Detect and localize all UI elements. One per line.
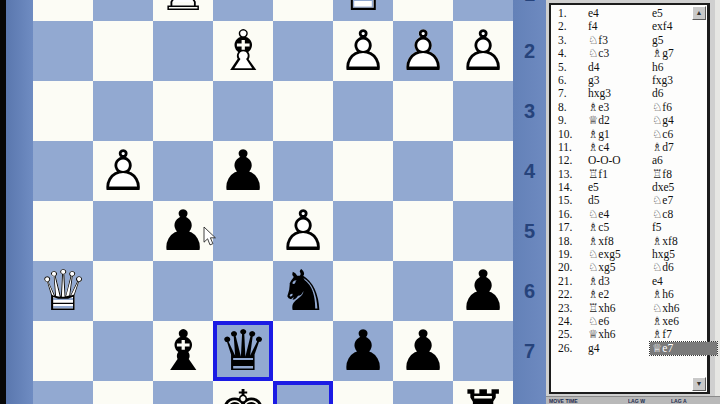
piece-white-pawn: ♙: [393, 21, 453, 81]
square-h1[interactable]: [33, 0, 93, 21]
move-number: 13.: [551, 168, 586, 181]
move-row: 14.e5dxe5: [551, 181, 693, 194]
square-a5[interactable]: [453, 201, 513, 261]
square-b5[interactable]: [393, 201, 453, 261]
move-number: 9.: [551, 114, 586, 127]
black-move-cell[interactable]: g5: [650, 34, 693, 47]
black-move-cell[interactable]: ♗h6: [650, 288, 693, 301]
square-e8[interactable]: ♚: [213, 381, 273, 404]
black-move-cell[interactable]: ♘xh6: [650, 302, 693, 315]
move-text: ♘d6: [650, 261, 677, 274]
move-text: ♗xe6: [650, 315, 682, 328]
move-text: e5: [650, 7, 666, 20]
square-g5[interactable]: [93, 201, 153, 261]
move-row: 17.♗c5f5: [551, 221, 693, 234]
white-move-cell[interactable]: ♗c5: [586, 221, 650, 234]
move-text: g5: [650, 34, 667, 47]
move-row: 22.♗e2♗h6: [551, 288, 693, 301]
move-number: 20.: [551, 261, 586, 274]
move-text: O-O-O: [586, 154, 624, 167]
square-a7[interactable]: [453, 321, 513, 381]
move-text: f4: [586, 20, 601, 33]
rank-label-7: 7: [513, 341, 546, 361]
square-e4[interactable]: ♟: [213, 141, 273, 201]
square-b3[interactable]: [393, 81, 453, 141]
square-c2[interactable]: ♟♙: [333, 21, 393, 81]
square-a8[interactable]: ♜: [453, 381, 513, 404]
move-number: 7.: [551, 87, 586, 100]
move-text: ♗c4: [586, 141, 612, 154]
square-a4[interactable]: [453, 141, 513, 201]
move-number: 25.: [551, 328, 586, 341]
move-number: 15.: [551, 194, 586, 207]
square-c5[interactable]: [333, 201, 393, 261]
status-lag-white-label: LAG W: [628, 397, 645, 404]
rank-label-6: 6: [513, 281, 546, 301]
square-c4[interactable]: [333, 141, 393, 201]
move-number: 24.: [551, 315, 586, 328]
square-h4[interactable]: [33, 141, 93, 201]
move-text: a6: [650, 154, 666, 167]
white-move-cell[interactable]: ♖xh6: [586, 302, 650, 315]
move-text: ♖f1: [586, 168, 611, 181]
black-move-cell[interactable]: ♘g4: [650, 114, 693, 127]
move-text: ♗e2: [586, 288, 612, 301]
move-text: e4: [650, 275, 666, 288]
move-text: ♗xf8: [586, 235, 617, 248]
white-move-cell[interactable]: d4: [586, 61, 650, 74]
black-move-cell[interactable]: a6: [650, 154, 693, 167]
square-h6[interactable]: ♛♕: [33, 261, 93, 321]
move-text: exf4: [650, 20, 675, 33]
white-move-cell[interactable]: ♗d3: [586, 275, 650, 288]
move-text: ♗d7: [650, 141, 677, 154]
move-number: 16.: [551, 208, 586, 221]
rank-label-2: 2: [513, 41, 546, 61]
move-text: dxe5: [650, 181, 677, 194]
move-number: 1.: [551, 7, 586, 20]
white-move-cell[interactable]: d5: [586, 194, 650, 207]
move-row: 13.♖f1♖f8: [551, 168, 693, 181]
move-row: 10.♗g1♘c6: [551, 128, 693, 141]
black-move-cell[interactable]: e5: [650, 7, 693, 20]
square-c3[interactable]: [333, 81, 393, 141]
rank-label-4: 4: [513, 161, 546, 181]
move-text: ♗f7: [650, 328, 675, 341]
move-row: 24.♘e6♗xe6: [551, 315, 693, 328]
move-text: ♘g4: [650, 114, 677, 127]
rank-label-5: 5: [513, 221, 546, 241]
move-list-panel: 1.e4e52.f4exf43.♘f3g54.♘c3♗g75.d4h66.g3f…: [549, 3, 710, 394]
move-text: e5: [586, 181, 602, 194]
move-row: 1.e4e5: [551, 7, 693, 20]
square-h7[interactable]: [33, 321, 93, 381]
move-number: 8.: [551, 101, 586, 114]
piece-white-queen: ♕: [33, 261, 93, 321]
move-row: 20.♘xg5♘d6: [551, 261, 693, 274]
white-move-cell[interactable]: ♗xf8: [586, 235, 650, 248]
move-number: 21.: [551, 275, 586, 288]
square-b4[interactable]: [393, 141, 453, 201]
move-text: ♕xh6: [586, 328, 619, 341]
square-f6[interactable]: [153, 261, 213, 321]
piece-white-bishop: ♗: [213, 21, 273, 81]
black-move-cell[interactable]: ♗f7: [650, 328, 693, 341]
move-text: f5: [650, 221, 665, 234]
square-d2[interactable]: [273, 21, 333, 81]
square-e6[interactable]: [213, 261, 273, 321]
square-e5[interactable]: [213, 201, 273, 261]
move-text: ♕e7: [650, 342, 717, 355]
move-number: 3.: [551, 34, 586, 47]
black-move-cell[interactable]: ♗xf8: [650, 235, 693, 248]
move-text: d4: [586, 61, 603, 74]
square-d3[interactable]: [273, 81, 333, 141]
move-number: 22.: [551, 288, 586, 301]
move-row: 16.♘e4♘c8: [551, 208, 693, 221]
move-row: 18.♗xf8♗xf8: [551, 235, 693, 248]
piece-white-pawn: ♙: [333, 21, 393, 81]
board-left-margin: [6, 0, 33, 404]
move-text: ♘e6: [586, 315, 612, 328]
move-text: fxg3: [650, 74, 676, 87]
square-e7[interactable]: ♛: [213, 321, 273, 381]
piece-white-rook: ♖: [153, 0, 213, 21]
white-move-cell[interactable]: ♘e4: [586, 208, 650, 221]
square-h2[interactable]: [33, 21, 93, 81]
black-move-cell[interactable]: ♗g7: [650, 47, 693, 60]
move-row: 23.♖xh6♘xh6: [551, 302, 693, 315]
move-row: 26.g4♕e7: [551, 342, 693, 355]
move-text: g3: [586, 74, 603, 87]
black-move-cell[interactable]: ♘f6: [650, 101, 693, 114]
square-g1[interactable]: [93, 0, 153, 21]
white-move-cell[interactable]: g3: [586, 74, 650, 87]
white-move-cell[interactable]: ♘f3: [586, 34, 650, 47]
move-text: ♕d2: [586, 114, 613, 127]
white-move-cell[interactable]: hxg3: [586, 87, 650, 100]
black-move-cell[interactable]: fxg3: [650, 74, 693, 87]
black-move-cell[interactable]: ♘c8: [650, 208, 693, 221]
move-text: h6: [650, 61, 667, 74]
move-number: 5.: [551, 61, 586, 74]
scroll-down-button[interactable]: ▼: [692, 377, 706, 391]
move-row: 4.♘c3♗g7: [551, 47, 693, 60]
move-text: ♖f8: [650, 168, 675, 181]
move-number: 23.: [551, 302, 586, 315]
square-g2[interactable]: [93, 21, 153, 81]
status-lag-black-label: LAG A: [671, 397, 687, 404]
move-number: 26.: [551, 342, 586, 355]
piece-black-pawn: ♟: [453, 261, 513, 321]
black-move-cell[interactable]: h6: [650, 61, 693, 74]
white-move-cell[interactable]: ♘c3: [586, 47, 650, 60]
move-text: ♘f6: [650, 101, 675, 114]
square-h3[interactable]: [33, 81, 93, 141]
move-row: 6.g3fxg3: [551, 74, 693, 87]
square-d5[interactable]: ♟♙: [273, 201, 333, 261]
move-row: 2.f4exf4: [551, 20, 693, 33]
scroll-up-button[interactable]: ▲: [692, 6, 706, 20]
white-move-cell[interactable]: ♗e3: [586, 101, 650, 114]
white-move-cell[interactable]: ♘exg5: [586, 248, 650, 261]
rank-label-1: 1: [513, 0, 546, 4]
move-text: ♘xg5: [586, 261, 619, 274]
move-row: 19.♘exg5hxg5: [551, 248, 693, 261]
black-move-cell[interactable]: ♘e7: [650, 194, 693, 207]
square-h5[interactable]: [33, 201, 93, 261]
move-text: ♘c6: [650, 128, 676, 141]
square-a3[interactable]: [453, 81, 513, 141]
black-move-cell[interactable]: ♘d6: [650, 261, 693, 274]
square-f3[interactable]: [153, 81, 213, 141]
black-move-cell[interactable]: ♕e7: [650, 342, 717, 355]
square-d8[interactable]: [273, 381, 333, 404]
white-move-cell[interactable]: ♘e6: [586, 315, 650, 328]
move-number: 12.: [551, 154, 586, 167]
square-h8[interactable]: [33, 381, 93, 404]
move-text: ♗g1: [586, 128, 613, 141]
black-move-cell[interactable]: ♖f8: [650, 168, 693, 181]
black-move-cell[interactable]: ♗xe6: [650, 315, 693, 328]
move-text: hxg5: [650, 248, 678, 261]
move-text: ♘exg5: [586, 248, 624, 261]
square-d6[interactable]: ♞: [273, 261, 333, 321]
move-text: g4: [586, 342, 603, 355]
move-row: 5.d4h6: [551, 61, 693, 74]
white-move-cell[interactable]: e4: [586, 7, 650, 20]
white-move-cell[interactable]: ♕d2: [586, 114, 650, 127]
move-number: 18.: [551, 235, 586, 248]
square-g6[interactable]: [93, 261, 153, 321]
move-text: ♘e4: [586, 208, 612, 221]
square-c6[interactable]: [333, 261, 393, 321]
white-move-cell[interactable]: ♗g1: [586, 128, 650, 141]
move-row: 8.♗e3♘f6: [551, 101, 693, 114]
black-move-cell[interactable]: hxg5: [650, 248, 693, 261]
move-text: ♘xh6: [650, 302, 683, 315]
move-text: ♗g7: [650, 47, 677, 60]
move-text: ♗xf8: [650, 235, 681, 248]
move-text: ♘c8: [650, 208, 676, 221]
move-row: 21.♗d3e4: [551, 275, 693, 288]
piece-black-king: ♚: [213, 381, 273, 404]
piece-white-pawn: ♙: [273, 201, 333, 261]
white-move-cell[interactable]: ♘xg5: [586, 261, 650, 274]
move-text: ♘f3: [586, 34, 611, 47]
square-d1[interactable]: [273, 0, 333, 21]
white-move-cell[interactable]: ♖f1: [586, 168, 650, 181]
square-e2[interactable]: ♝♗: [213, 21, 273, 81]
move-row: 15.d5♘e7: [551, 194, 693, 207]
black-move-cell[interactable]: ♗d7: [650, 141, 693, 154]
piece-black-pawn: ♟: [333, 321, 393, 381]
move-row: 25.♕xh6♗f7: [551, 328, 693, 341]
move-row: 11.♗c4♗d7: [551, 141, 693, 154]
move-text: ♘e7: [650, 194, 676, 207]
piece-black-bishop: ♝: [153, 321, 213, 381]
black-move-cell[interactable]: d6: [650, 87, 693, 100]
move-number: 11.: [551, 141, 586, 154]
move-text: ♗c5: [586, 221, 612, 234]
white-move-cell[interactable]: ♕xh6: [586, 328, 650, 341]
square-a6[interactable]: ♟: [453, 261, 513, 321]
square-g3[interactable]: [93, 81, 153, 141]
move-text: hxg3: [586, 87, 614, 100]
square-b8[interactable]: [393, 381, 453, 404]
move-number: 10.: [551, 128, 586, 141]
move-number: 6.: [551, 74, 586, 87]
white-move-cell[interactable]: O-O-O: [586, 154, 650, 167]
move-number: 19.: [551, 248, 586, 261]
white-move-cell[interactable]: f4: [586, 20, 650, 33]
move-text: ♖xh6: [586, 302, 619, 315]
black-move-cell[interactable]: exf4: [650, 20, 693, 33]
square-b6[interactable]: [393, 261, 453, 321]
square-f2[interactable]: [153, 21, 213, 81]
black-move-cell[interactable]: ♘c6: [650, 128, 693, 141]
move-text: e4: [586, 7, 602, 20]
square-f8[interactable]: [153, 381, 213, 404]
square-d7[interactable]: [273, 321, 333, 381]
move-list: 1.e4e52.f4exf43.♘f3g54.♘c3♗g75.d4h66.g3f…: [551, 7, 693, 355]
square-a2[interactable]: ♟♙: [453, 21, 513, 81]
move-row: 9.♕d2♘g4: [551, 114, 693, 127]
square-e3[interactable]: [213, 81, 273, 141]
move-row: 7.hxg3d6: [551, 87, 693, 100]
square-c7[interactable]: ♟: [333, 321, 393, 381]
square-g4[interactable]: ♟♙: [93, 141, 153, 201]
move-number: 4.: [551, 47, 586, 60]
square-f4[interactable]: [153, 141, 213, 201]
square-f1[interactable]: ♜♖: [153, 0, 213, 21]
piece-white-pawn: ♙: [453, 21, 513, 81]
move-number: 14.: [551, 181, 586, 194]
square-g7[interactable]: [93, 321, 153, 381]
chess-app-window: ♜♖♚♔♝♗♟♙♟♙♟♙♟♙♟♟♟♙♛♕♞♟♝♛♟♟♚♜ 1234567 1.e…: [0, 0, 720, 404]
move-text: ♗h6: [650, 288, 677, 301]
piece-black-pawn: ♟: [213, 141, 273, 201]
piece-black-queen: ♛: [213, 321, 273, 381]
white-move-cell[interactable]: ♗c4: [586, 141, 650, 154]
square-c8[interactable]: [333, 381, 393, 404]
status-bar: MOVE TIME LAG W LAG A: [546, 396, 720, 404]
move-text: d6: [650, 87, 667, 100]
square-b7[interactable]: ♟: [393, 321, 453, 381]
piece-white-pawn: ♙: [93, 141, 153, 201]
black-move-cell[interactable]: e4: [650, 275, 693, 288]
square-b2[interactable]: ♟♙: [393, 21, 453, 81]
white-move-cell[interactable]: e5: [586, 181, 650, 194]
move-text: ♗d3: [586, 275, 613, 288]
status-move-time-label: MOVE TIME: [549, 397, 578, 404]
move-number: 2.: [551, 20, 586, 33]
move-text: ♗e3: [586, 101, 612, 114]
move-text: ♘c3: [586, 47, 612, 60]
square-g8[interactable]: [93, 381, 153, 404]
square-d4[interactable]: [273, 141, 333, 201]
chess-board: ♜♖♚♔♝♗♟♙♟♙♟♙♟♙♟♟♟♙♛♕♞♟♝♛♟♟♚♜: [33, 0, 513, 404]
white-move-cell[interactable]: ♗e2: [586, 288, 650, 301]
piece-black-rook: ♜: [453, 381, 513, 404]
rank-label-3: 3: [513, 101, 546, 121]
piece-black-knight: ♞: [273, 261, 333, 321]
move-number: 17.: [551, 221, 586, 234]
white-move-cell[interactable]: g4: [586, 342, 650, 355]
move-text: d5: [586, 194, 603, 207]
rank-coordinates-strip: 1234567: [513, 0, 546, 404]
black-move-cell[interactable]: f5: [650, 221, 693, 234]
mouse-cursor-icon: [203, 226, 217, 247]
piece-black-pawn: ♟: [393, 321, 453, 381]
move-row: 12.O-O-Oa6: [551, 154, 693, 167]
black-move-cell[interactable]: dxe5: [650, 181, 693, 194]
move-row: 3.♘f3g5: [551, 34, 693, 47]
square-f7[interactable]: ♝: [153, 321, 213, 381]
